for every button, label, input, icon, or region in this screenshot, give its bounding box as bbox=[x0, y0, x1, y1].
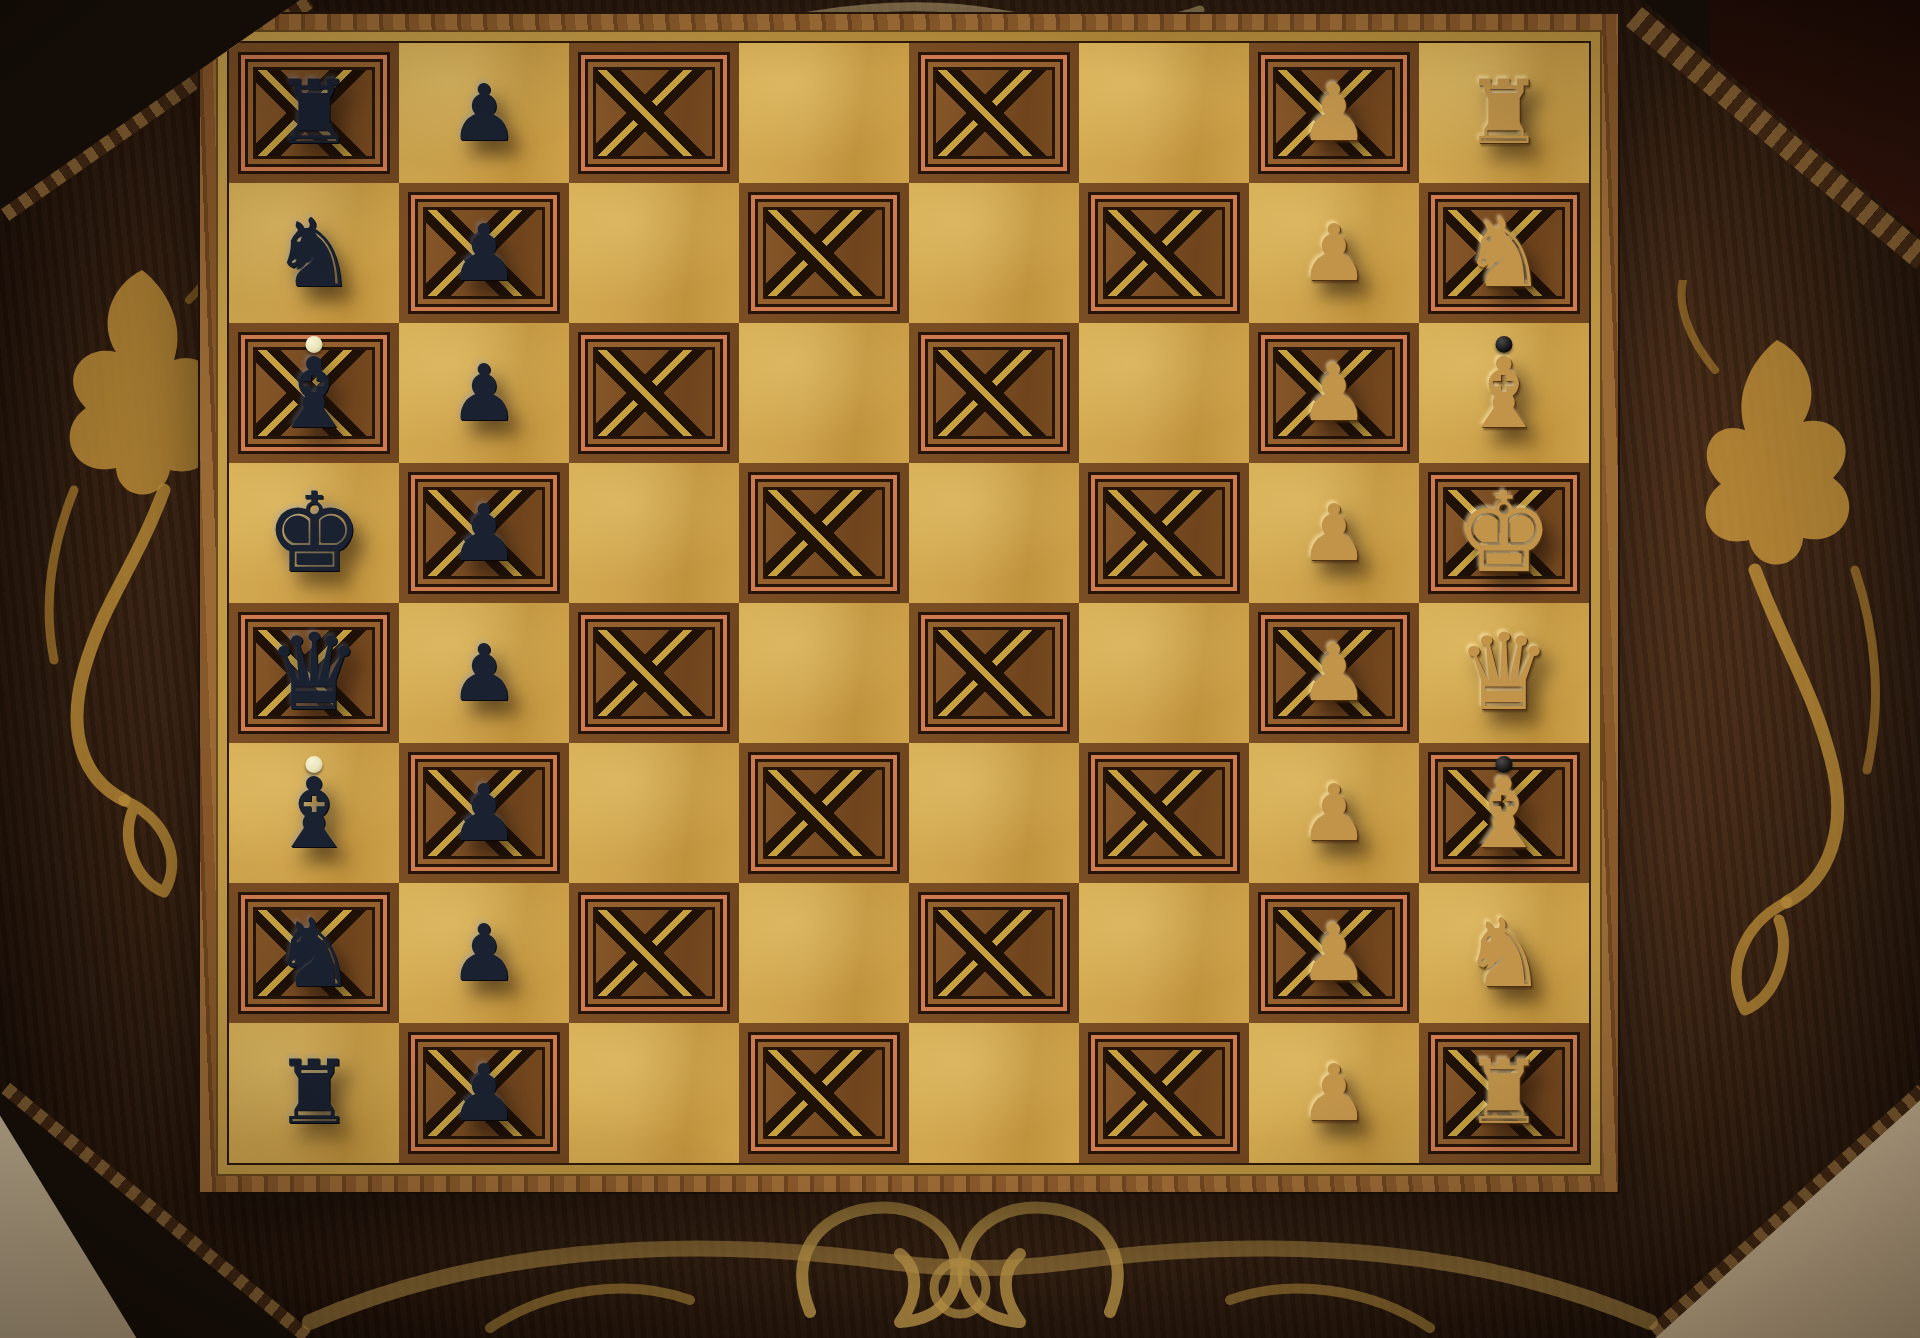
square-e5[interactable] bbox=[739, 463, 909, 603]
square-d4[interactable] bbox=[909, 603, 1079, 743]
square-f5[interactable] bbox=[739, 323, 909, 463]
black-knight[interactable]: ♞ bbox=[271, 906, 356, 1001]
square-e8[interactable]: ♚ bbox=[229, 463, 399, 603]
square-f1[interactable]: ♝ bbox=[1419, 323, 1589, 463]
square-b5[interactable] bbox=[739, 883, 909, 1023]
square-c8[interactable]: ♝ bbox=[229, 743, 399, 883]
square-a1[interactable]: ♜ bbox=[1419, 1023, 1589, 1163]
square-b6[interactable] bbox=[569, 883, 739, 1023]
square-b3[interactable] bbox=[1079, 883, 1249, 1023]
square-h1[interactable]: ♜ bbox=[1419, 43, 1589, 183]
black-knight[interactable]: ♞ bbox=[271, 206, 356, 301]
ivory-ball-finial bbox=[306, 756, 323, 773]
black-queen[interactable]: ♛ bbox=[266, 620, 361, 726]
white-pawn[interactable]: ♟ bbox=[1299, 74, 1369, 152]
square-h7[interactable]: ♟ bbox=[399, 43, 569, 183]
black-pawn[interactable]: ♟ bbox=[449, 774, 519, 852]
white-knight[interactable]: ♞ bbox=[1461, 206, 1546, 301]
square-a7[interactable]: ♟ bbox=[399, 1023, 569, 1163]
white-pawn[interactable]: ♟ bbox=[1299, 354, 1369, 432]
square-d2[interactable]: ♟ bbox=[1249, 603, 1419, 743]
square-e6[interactable] bbox=[569, 463, 739, 603]
square-h2[interactable]: ♟ bbox=[1249, 43, 1419, 183]
square-d8[interactable]: ♛ bbox=[229, 603, 399, 743]
white-pawn[interactable]: ♟ bbox=[1299, 914, 1369, 992]
chessboard: ♜♟♟♜♞♟♟♞♝♟♟♝♚♟♟♚♛♟♟♛♝♟♟♝♞♟♟♞♜♟♟♜ bbox=[200, 14, 1618, 1192]
white-pawn[interactable]: ♟ bbox=[1299, 774, 1369, 852]
black-pawn[interactable]: ♟ bbox=[449, 634, 519, 712]
black-rook[interactable]: ♜ bbox=[275, 1049, 354, 1137]
black-pawn[interactable]: ♟ bbox=[449, 214, 519, 292]
white-knight[interactable]: ♞ bbox=[1461, 906, 1546, 1001]
chess-table-photo: ♜♟♟♜♞♟♟♞♝♟♟♝♚♟♟♚♛♟♟♛♝♟♟♝♞♟♟♞♜♟♟♜ bbox=[0, 0, 1920, 1338]
square-g7[interactable]: ♟ bbox=[399, 183, 569, 323]
square-c2[interactable]: ♟ bbox=[1249, 743, 1419, 883]
white-pawn[interactable]: ♟ bbox=[1299, 494, 1369, 572]
black-bishop[interactable]: ♝ bbox=[271, 345, 358, 442]
square-f4[interactable] bbox=[909, 323, 1079, 463]
square-e3[interactable] bbox=[1079, 463, 1249, 603]
square-h4[interactable] bbox=[909, 43, 1079, 183]
square-b2[interactable]: ♟ bbox=[1249, 883, 1419, 1023]
black-pawn[interactable]: ♟ bbox=[449, 354, 519, 432]
square-h3[interactable] bbox=[1079, 43, 1249, 183]
square-a5[interactable] bbox=[739, 1023, 909, 1163]
square-h8[interactable]: ♜ bbox=[229, 43, 399, 183]
square-f2[interactable]: ♟ bbox=[1249, 323, 1419, 463]
square-b7[interactable]: ♟ bbox=[399, 883, 569, 1023]
square-c3[interactable] bbox=[1079, 743, 1249, 883]
ebony-ball-finial bbox=[1496, 756, 1513, 773]
square-a3[interactable] bbox=[1079, 1023, 1249, 1163]
square-f6[interactable] bbox=[569, 323, 739, 463]
square-g6[interactable] bbox=[569, 183, 739, 323]
square-f7[interactable]: ♟ bbox=[399, 323, 569, 463]
black-rook[interactable]: ♜ bbox=[275, 69, 354, 157]
marquetry-scroll-right bbox=[1655, 280, 1905, 1040]
white-bishop[interactable]: ♝ bbox=[1461, 765, 1548, 862]
white-king[interactable]: ♚ bbox=[1455, 478, 1554, 588]
square-b8[interactable]: ♞ bbox=[229, 883, 399, 1023]
square-g8[interactable]: ♞ bbox=[229, 183, 399, 323]
black-pawn[interactable]: ♟ bbox=[449, 494, 519, 572]
square-c1[interactable]: ♝ bbox=[1419, 743, 1589, 883]
square-d5[interactable] bbox=[739, 603, 909, 743]
square-b1[interactable]: ♞ bbox=[1419, 883, 1589, 1023]
square-b4[interactable] bbox=[909, 883, 1079, 1023]
white-rook[interactable]: ♜ bbox=[1465, 1049, 1544, 1137]
ebony-ball-finial bbox=[1496, 336, 1513, 353]
square-g3[interactable] bbox=[1079, 183, 1249, 323]
square-h6[interactable] bbox=[569, 43, 739, 183]
square-g2[interactable]: ♟ bbox=[1249, 183, 1419, 323]
square-h5[interactable] bbox=[739, 43, 909, 183]
black-bishop[interactable]: ♝ bbox=[271, 765, 358, 862]
white-rook[interactable]: ♜ bbox=[1465, 69, 1544, 157]
square-e4[interactable] bbox=[909, 463, 1079, 603]
square-c5[interactable] bbox=[739, 743, 909, 883]
square-a2[interactable]: ♟ bbox=[1249, 1023, 1419, 1163]
square-f8[interactable]: ♝ bbox=[229, 323, 399, 463]
ivory-ball-finial bbox=[306, 336, 323, 353]
marquetry-scroll-bottom bbox=[250, 1192, 1670, 1338]
square-g1[interactable]: ♞ bbox=[1419, 183, 1589, 323]
board-border: ♜♟♟♜♞♟♟♞♝♟♟♝♚♟♟♚♛♟♟♛♝♟♟♝♞♟♟♞♜♟♟♜ bbox=[216, 30, 1602, 1176]
square-d3[interactable] bbox=[1079, 603, 1249, 743]
square-c7[interactable]: ♟ bbox=[399, 743, 569, 883]
black-king[interactable]: ♚ bbox=[265, 478, 364, 588]
square-f3[interactable] bbox=[1079, 323, 1249, 463]
board-grid: ♜♟♟♜♞♟♟♞♝♟♟♝♚♟♟♚♛♟♟♛♝♟♟♝♞♟♟♞♜♟♟♜ bbox=[229, 43, 1589, 1163]
square-d7[interactable]: ♟ bbox=[399, 603, 569, 743]
black-pawn[interactable]: ♟ bbox=[449, 914, 519, 992]
square-d6[interactable] bbox=[569, 603, 739, 743]
square-e1[interactable]: ♚ bbox=[1419, 463, 1589, 603]
black-pawn[interactable]: ♟ bbox=[449, 74, 519, 152]
black-pawn[interactable]: ♟ bbox=[449, 1054, 519, 1132]
white-pawn[interactable]: ♟ bbox=[1299, 634, 1369, 712]
square-a6[interactable] bbox=[569, 1023, 739, 1163]
marquetry-scroll-left bbox=[14, 240, 229, 900]
white-pawn[interactable]: ♟ bbox=[1299, 1054, 1369, 1132]
square-a8[interactable]: ♜ bbox=[229, 1023, 399, 1163]
square-c4[interactable] bbox=[909, 743, 1079, 883]
octagonal-table-top: ♜♟♟♜♞♟♟♞♝♟♟♝♚♟♟♚♛♟♟♛♝♟♟♝♞♟♟♞♜♟♟♜ bbox=[0, 0, 1920, 1338]
square-a4[interactable] bbox=[909, 1023, 1079, 1163]
square-c6[interactable] bbox=[569, 743, 739, 883]
square-e7[interactable]: ♟ bbox=[399, 463, 569, 603]
square-e2[interactable]: ♟ bbox=[1249, 463, 1419, 603]
square-g5[interactable] bbox=[739, 183, 909, 323]
white-bishop[interactable]: ♝ bbox=[1461, 345, 1548, 442]
square-d1[interactable]: ♛ bbox=[1419, 603, 1589, 743]
white-queen[interactable]: ♛ bbox=[1456, 620, 1551, 726]
square-g4[interactable] bbox=[909, 183, 1079, 323]
white-pawn[interactable]: ♟ bbox=[1299, 214, 1369, 292]
